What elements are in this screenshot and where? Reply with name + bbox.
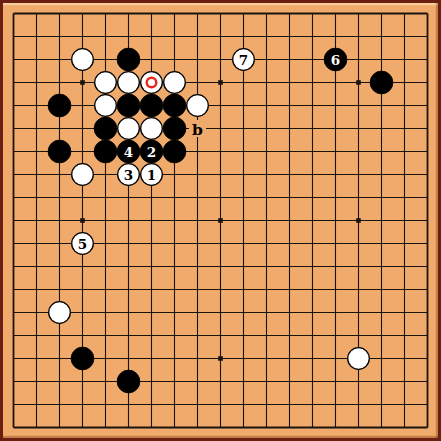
black-stone — [48, 140, 71, 163]
star-point — [218, 218, 223, 223]
move-number-1: 1 — [147, 167, 156, 183]
white-stone — [118, 118, 140, 140]
black-stone — [117, 94, 140, 117]
star-point — [356, 80, 361, 85]
star-point — [80, 218, 85, 223]
black-stone — [370, 71, 393, 94]
white-stone — [95, 72, 117, 94]
star-point — [80, 80, 85, 85]
white-stone — [187, 95, 209, 117]
white-stone — [141, 72, 163, 94]
black-stone — [48, 94, 71, 117]
white-stone — [141, 118, 163, 140]
frame-bevel-shadow — [436, 3, 438, 438]
white-stone — [49, 302, 71, 324]
go-board-diagram: 1234567b — [0, 0, 441, 441]
frame-bevel-shadow — [3, 436, 438, 438]
black-stone — [117, 48, 140, 71]
white-stone — [348, 348, 370, 370]
white-stone — [72, 164, 94, 186]
black-stone — [117, 370, 140, 393]
black-stone — [140, 94, 163, 117]
white-stone — [164, 72, 186, 94]
star-point — [356, 218, 361, 223]
move-number-7: 7 — [239, 52, 248, 68]
black-stone — [94, 117, 117, 140]
black-stone — [163, 94, 186, 117]
star-point — [218, 80, 223, 85]
move-number-4: 4 — [124, 144, 133, 160]
black-stone — [71, 347, 94, 370]
frame-bevel-highlight — [3, 3, 438, 5]
move-number-5: 5 — [78, 236, 87, 252]
black-stone — [94, 140, 117, 163]
move-number-6: 6 — [331, 52, 340, 68]
star-point — [218, 356, 223, 361]
black-stone — [163, 140, 186, 163]
white-stone — [118, 72, 140, 94]
black-stone — [163, 117, 186, 140]
move-number-3: 3 — [124, 167, 133, 183]
move-number-2: 2 — [147, 144, 156, 160]
go-board-svg: 1234567b — [0, 0, 441, 441]
white-stone — [95, 95, 117, 117]
white-stone — [72, 49, 94, 71]
point-label-b: b — [192, 120, 203, 139]
